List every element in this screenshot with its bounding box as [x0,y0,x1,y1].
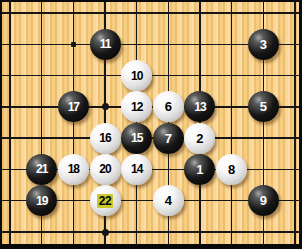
board-intersection[interactable] [152,29,184,60]
board-intersection[interactable] [121,0,153,29]
stone-white-14[interactable]: 14 [121,154,152,185]
board-intersection[interactable] [184,216,216,247]
board-intersection[interactable] [279,216,302,247]
board-intersection[interactable] [58,123,90,154]
board-intersection[interactable] [216,185,248,216]
board-intersection[interactable]: 5 [247,91,279,122]
star-point [102,103,109,110]
stone-number: 20 [99,163,110,175]
stone-black-3[interactable]: 3 [248,29,279,60]
board-intersection[interactable]: 14 [121,154,153,185]
board-intersection[interactable]: 16 [89,123,121,154]
stone-number: 8 [228,163,235,176]
stone-white-8[interactable]: 8 [216,154,247,185]
board-intersection[interactable] [58,29,90,60]
stone-black-7[interactable]: 7 [153,123,184,154]
board-intersection[interactable] [0,154,26,185]
board-intersection[interactable] [152,154,184,185]
board-intersection[interactable] [89,60,121,91]
go-board[interactable]: 11310171261351615722118201418192249 [0,0,302,249]
board-intersection[interactable] [26,0,58,29]
board-intersection[interactable]: 10 [121,60,153,91]
stone-black-5[interactable]: 5 [248,91,279,122]
board-intersection[interactable] [216,123,248,154]
board-intersection[interactable]: 4 [152,185,184,216]
stone-number: 19 [36,195,47,207]
stone-black-15[interactable]: 15 [121,123,152,154]
board-intersection[interactable] [279,0,302,29]
board-intersection[interactable]: 19 [26,185,58,216]
board-intersection[interactable] [184,0,216,29]
board-intersection[interactable] [0,185,26,216]
board-intersection[interactable] [216,29,248,60]
board-intersection[interactable] [184,185,216,216]
board-intersection[interactable]: 3 [247,29,279,60]
board-intersection[interactable] [89,0,121,29]
stone-number-last-move: 22 [97,194,113,208]
star-point [102,229,109,236]
stone-black-19[interactable]: 19 [26,185,57,216]
board-intersection[interactable] [279,29,302,60]
board-intersection[interactable] [247,60,279,91]
stone-number: 3 [260,38,267,51]
board-intersection[interactable]: 9 [247,185,279,216]
board-intersection[interactable] [247,0,279,29]
board-intersection[interactable]: 7 [152,123,184,154]
stone-number: 4 [165,194,172,207]
stone-white-10[interactable]: 10 [121,60,152,91]
stone-number: 17 [68,101,79,113]
stone-white-4[interactable]: 4 [153,185,184,216]
board-intersection[interactable]: 13 [184,91,216,122]
board-intersection[interactable] [152,60,184,91]
stone-number: 2 [196,132,203,145]
board-intersection[interactable] [58,0,90,29]
board-intersection[interactable] [247,123,279,154]
board-intersection[interactable] [184,29,216,60]
board-intersection[interactable]: 12 [121,91,153,122]
star-point [71,42,76,47]
board-intersection[interactable] [58,60,90,91]
stone-white-18[interactable]: 18 [58,154,89,185]
board-intersection[interactable] [216,91,248,122]
board-intersection[interactable]: 6 [152,91,184,122]
board-intersection[interactable]: 18 [58,154,90,185]
board-intersection[interactable]: 2 [184,123,216,154]
board-intersection[interactable] [26,91,58,122]
stone-white-12[interactable]: 12 [121,91,152,122]
stone-number: 18 [68,163,79,175]
board-intersection[interactable] [0,216,26,247]
stone-number: 12 [131,101,142,113]
board-intersection[interactable]: 11 [89,29,121,60]
stone-white-2[interactable]: 2 [184,123,215,154]
board-intersection[interactable] [121,29,153,60]
stone-number: 11 [100,38,111,50]
board-intersection[interactable] [279,185,302,216]
stone-number: 7 [165,132,172,145]
board-intersection[interactable] [216,0,248,29]
stone-black-11[interactable]: 11 [90,29,121,60]
stone-black-1[interactable]: 1 [184,154,215,185]
board-intersection[interactable] [26,123,58,154]
board-intersection[interactable] [58,216,90,247]
stone-white-20[interactable]: 20 [90,154,121,185]
board-intersection[interactable] [89,216,121,247]
board-intersection[interactable] [26,60,58,91]
stone-number: 14 [131,163,142,175]
stone-number: 5 [260,100,267,113]
board-intersection[interactable] [58,185,90,216]
go-board-grid[interactable]: 11310171261351615722118201418192249 [0,0,302,248]
stone-number: 6 [165,100,172,113]
board-intersection[interactable] [121,185,153,216]
board-intersection[interactable] [121,216,153,247]
stone-number: 9 [260,194,267,207]
stone-number: 13 [194,101,205,113]
board-intersection[interactable] [279,123,302,154]
board-intersection[interactable] [152,216,184,247]
board-intersection[interactable]: 15 [121,123,153,154]
board-intersection[interactable] [89,91,121,122]
board-intersection[interactable] [0,60,26,91]
stone-black-9[interactable]: 9 [248,185,279,216]
board-intersection[interactable]: 22 [89,185,121,216]
board-intersection[interactable] [184,60,216,91]
board-intersection[interactable]: 1 [184,154,216,185]
stone-black-13[interactable]: 13 [184,91,215,122]
stone-number: 21 [36,163,47,175]
board-intersection[interactable]: 17 [58,91,90,122]
board-intersection[interactable] [279,60,302,91]
stone-white-22[interactable]: 22 [90,185,121,216]
stone-white-6[interactable]: 6 [153,91,184,122]
board-intersection[interactable] [26,29,58,60]
stone-number: 10 [131,70,142,82]
board-intersection[interactable]: 8 [216,154,248,185]
stone-black-17[interactable]: 17 [58,91,89,122]
board-intersection[interactable]: 20 [89,154,121,185]
board-intersection[interactable] [26,216,58,247]
stone-number: 1 [196,163,203,176]
board-intersection[interactable] [279,91,302,122]
board-intersection[interactable] [216,60,248,91]
board-intersection[interactable]: 21 [26,154,58,185]
board-intersection[interactable] [0,0,26,29]
board-intersection[interactable] [0,91,26,122]
board-intersection[interactable] [0,123,26,154]
board-intersection[interactable] [152,0,184,29]
board-intersection[interactable] [216,216,248,247]
board-intersection[interactable] [0,29,26,60]
board-intersection[interactable] [247,154,279,185]
stone-number: 16 [99,132,110,144]
board-intersection[interactable] [279,154,302,185]
board-intersection[interactable] [247,216,279,247]
stone-white-16[interactable]: 16 [90,123,121,154]
stone-black-21[interactable]: 21 [26,154,57,185]
stone-number: 15 [131,132,142,144]
